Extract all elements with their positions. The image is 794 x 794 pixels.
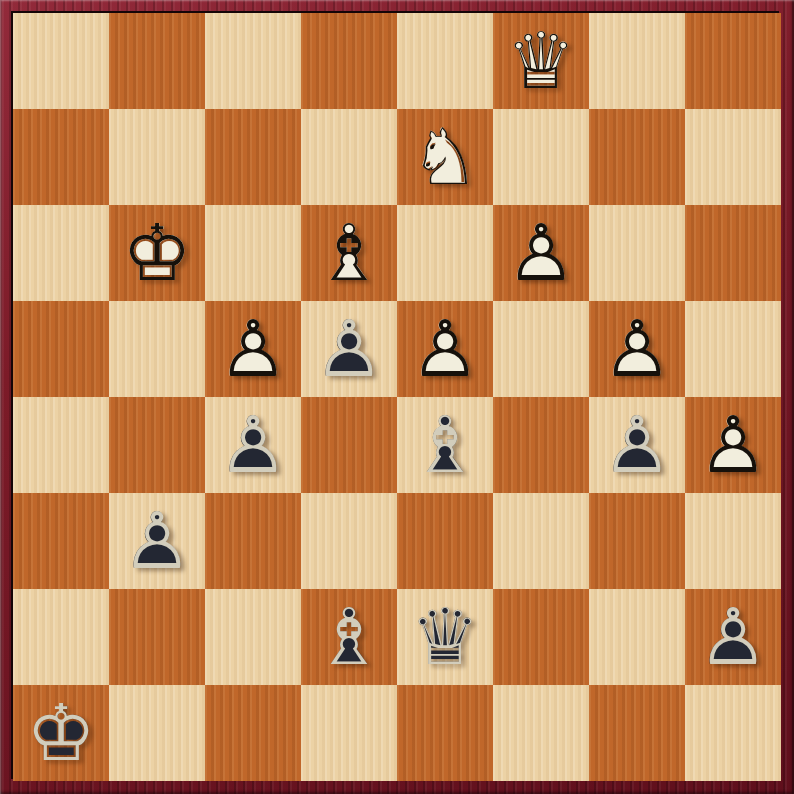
white-queen-outline-icon: ♕: [493, 13, 589, 109]
white-pawn-outline-icon: ♙: [397, 301, 493, 397]
white-pawn-outline-icon: ♙: [685, 397, 781, 493]
square-e4[interactable]: ♝♗: [397, 397, 493, 493]
square-b6[interactable]: ♚♔: [109, 205, 205, 301]
square-e1[interactable]: [397, 685, 493, 781]
square-a6[interactable]: [13, 205, 109, 301]
square-a1[interactable]: ♚♔: [13, 685, 109, 781]
chess-board: ♛♕♞♘♚♔♝♗♟♙♟♙♟♙♟♙♟♙♟♙♝♗♟♙♟♙♟♙♝♗♛♕♟♙♚♔: [11, 11, 779, 779]
square-f7[interactable]: [493, 109, 589, 205]
white-pawn-e5[interactable]: ♟♙: [397, 301, 493, 397]
black-bishop-outline-icon: ♗: [397, 397, 493, 493]
black-queen-outline-icon: ♕: [397, 589, 493, 685]
black-bishop-outline-icon: ♗: [301, 589, 397, 685]
white-king-b6[interactable]: ♚♔: [109, 205, 205, 301]
black-pawn-g4[interactable]: ♟♙: [589, 397, 685, 493]
square-b2[interactable]: [109, 589, 205, 685]
square-f6[interactable]: ♟♙: [493, 205, 589, 301]
square-g5[interactable]: ♟♙: [589, 301, 685, 397]
white-pawn-h4[interactable]: ♟♙: [685, 397, 781, 493]
square-a5[interactable]: [13, 301, 109, 397]
white-pawn-outline-icon: ♙: [589, 301, 685, 397]
square-d2[interactable]: ♝♗: [301, 589, 397, 685]
square-a2[interactable]: [13, 589, 109, 685]
square-e2[interactable]: ♛♕: [397, 589, 493, 685]
square-c2[interactable]: [205, 589, 301, 685]
square-e3[interactable]: [397, 493, 493, 589]
black-pawn-outline-icon: ♙: [685, 589, 781, 685]
square-f2[interactable]: [493, 589, 589, 685]
square-b4[interactable]: [109, 397, 205, 493]
square-c1[interactable]: [205, 685, 301, 781]
square-h5[interactable]: [685, 301, 781, 397]
black-king-outline-icon: ♔: [13, 685, 109, 781]
square-d4[interactable]: [301, 397, 397, 493]
square-g7[interactable]: [589, 109, 685, 205]
square-b7[interactable]: [109, 109, 205, 205]
white-knight-outline-icon: ♘: [397, 109, 493, 205]
white-pawn-outline-icon: ♙: [493, 205, 589, 301]
black-pawn-outline-icon: ♙: [109, 493, 205, 589]
white-pawn-f6[interactable]: ♟♙: [493, 205, 589, 301]
white-pawn-g5[interactable]: ♟♙: [589, 301, 685, 397]
black-pawn-outline-icon: ♙: [301, 301, 397, 397]
white-king-outline-icon: ♔: [109, 205, 205, 301]
square-g1[interactable]: [589, 685, 685, 781]
black-pawn-h2[interactable]: ♟♙: [685, 589, 781, 685]
board-frame: ♛♕♞♘♚♔♝♗♟♙♟♙♟♙♟♙♟♙♟♙♝♗♟♙♟♙♟♙♝♗♛♕♟♙♚♔: [0, 0, 794, 794]
square-d8[interactable]: [301, 13, 397, 109]
white-bishop-outline-icon: ♗: [301, 205, 397, 301]
square-h4[interactable]: ♟♙: [685, 397, 781, 493]
square-b8[interactable]: [109, 13, 205, 109]
square-f3[interactable]: [493, 493, 589, 589]
square-g3[interactable]: [589, 493, 685, 589]
square-h7[interactable]: [685, 109, 781, 205]
square-h3[interactable]: [685, 493, 781, 589]
square-g2[interactable]: [589, 589, 685, 685]
white-pawn-c5[interactable]: ♟♙: [205, 301, 301, 397]
black-queen-e2[interactable]: ♛♕: [397, 589, 493, 685]
square-h6[interactable]: [685, 205, 781, 301]
square-a4[interactable]: [13, 397, 109, 493]
black-bishop-d2[interactable]: ♝♗: [301, 589, 397, 685]
white-pawn-outline-icon: ♙: [205, 301, 301, 397]
square-d6[interactable]: ♝♗: [301, 205, 397, 301]
square-b1[interactable]: [109, 685, 205, 781]
white-knight-e7[interactable]: ♞♘: [397, 109, 493, 205]
square-e5[interactable]: ♟♙: [397, 301, 493, 397]
square-h1[interactable]: [685, 685, 781, 781]
square-f5[interactable]: [493, 301, 589, 397]
square-c7[interactable]: [205, 109, 301, 205]
square-c3[interactable]: [205, 493, 301, 589]
black-pawn-outline-icon: ♙: [589, 397, 685, 493]
square-f1[interactable]: [493, 685, 589, 781]
square-g6[interactable]: [589, 205, 685, 301]
square-d5[interactable]: ♟♙: [301, 301, 397, 397]
black-pawn-d5[interactable]: ♟♙: [301, 301, 397, 397]
square-c5[interactable]: ♟♙: [205, 301, 301, 397]
square-f8[interactable]: ♛♕: [493, 13, 589, 109]
white-queen-f8[interactable]: ♛♕: [493, 13, 589, 109]
square-c8[interactable]: [205, 13, 301, 109]
square-d7[interactable]: [301, 109, 397, 205]
square-e8[interactable]: [397, 13, 493, 109]
square-b3[interactable]: ♟♙: [109, 493, 205, 589]
square-d3[interactable]: [301, 493, 397, 589]
square-c4[interactable]: ♟♙: [205, 397, 301, 493]
square-g8[interactable]: [589, 13, 685, 109]
square-e6[interactable]: [397, 205, 493, 301]
black-pawn-c4[interactable]: ♟♙: [205, 397, 301, 493]
square-a8[interactable]: [13, 13, 109, 109]
square-g4[interactable]: ♟♙: [589, 397, 685, 493]
white-bishop-d6[interactable]: ♝♗: [301, 205, 397, 301]
square-h8[interactable]: [685, 13, 781, 109]
square-c6[interactable]: [205, 205, 301, 301]
square-h2[interactable]: ♟♙: [685, 589, 781, 685]
square-f4[interactable]: [493, 397, 589, 493]
square-e7[interactable]: ♞♘: [397, 109, 493, 205]
square-a3[interactable]: [13, 493, 109, 589]
square-a7[interactable]: [13, 109, 109, 205]
square-b5[interactable]: [109, 301, 205, 397]
black-bishop-e4[interactable]: ♝♗: [397, 397, 493, 493]
black-pawn-b3[interactable]: ♟♙: [109, 493, 205, 589]
square-d1[interactable]: [301, 685, 397, 781]
black-pawn-outline-icon: ♙: [205, 397, 301, 493]
black-king-a1[interactable]: ♚♔: [13, 685, 109, 781]
